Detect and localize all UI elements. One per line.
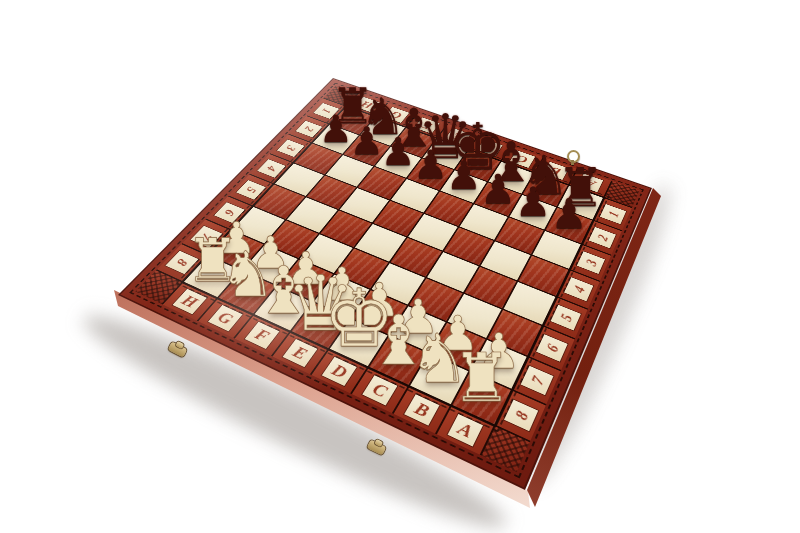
coordinate-label: 1 [320, 107, 333, 114]
coordinate-tile: C [362, 375, 397, 405]
coordinate-label: F [420, 120, 435, 131]
coordinate-label: C [370, 380, 391, 400]
coordinate-label: 7 [528, 374, 546, 387]
coordinate-label: 5 [557, 312, 574, 323]
coordinate-tile: 8 [504, 400, 538, 431]
coordinate-tile: B [404, 394, 439, 425]
coordinate-label: B [549, 165, 563, 177]
coordinate-label: G [215, 309, 237, 327]
coordinate-tile: 3 [277, 139, 304, 156]
coordinate-label: 8 [512, 408, 531, 422]
coordinate-label: B [412, 399, 432, 420]
coordinate-tile: 1 [313, 103, 339, 119]
coordinate-label: E [451, 131, 466, 142]
coordinate-label: 5 [244, 186, 259, 195]
coordinate-label: 4 [571, 284, 587, 295]
coordinate-tile: H [173, 289, 207, 314]
chess-set-photo: HGFEDCBA1122334455667788HGFEDCBA ♜♞♝♛♚♝♞… [0, 0, 800, 533]
coordinate-tile: F [245, 322, 280, 349]
coordinate-tile: 1 [600, 204, 626, 224]
coordinate-tile: E [283, 339, 318, 367]
coordinate-label: 8 [174, 257, 191, 267]
coordinate-tile: F [414, 117, 439, 133]
coordinate-tile: 7 [521, 366, 554, 395]
coordinate-label: A [455, 419, 475, 440]
coordinate-label: F [252, 326, 273, 344]
coordinate-label: 2 [302, 125, 316, 132]
coordinate-tile: 2 [296, 121, 323, 138]
coordinate-tile: A [448, 414, 483, 447]
coordinate-label: D [482, 142, 497, 154]
coordinate-label: 3 [583, 258, 599, 268]
coordinate-label: 6 [222, 208, 238, 217]
brass-eyelet-hook [567, 150, 580, 163]
coordinate-label: 3 [284, 144, 298, 152]
coordinate-tile: G [208, 305, 242, 331]
coordinate-label: 1 [606, 210, 621, 219]
coordinate-label: 2 [595, 233, 610, 242]
coordinate-tile: G [384, 107, 409, 123]
coordinate-label: C [515, 153, 529, 165]
coordinate-tile: 3 [577, 251, 605, 274]
coordinate-label: G [389, 110, 404, 121]
coordinate-label: 6 [543, 342, 561, 354]
coordinate-label: 7 [198, 232, 214, 242]
coordinate-label: H [359, 99, 375, 110]
coordinate-label: D [329, 361, 351, 381]
coordinate-label: A [583, 177, 597, 189]
coordinate-tile: 6 [536, 334, 567, 361]
coordinate-label: H [178, 293, 200, 311]
coordinate-label: E [290, 344, 311, 363]
coordinate-tile: 4 [564, 277, 593, 301]
coordinate-tile: D [322, 357, 357, 386]
coordinate-tile: 2 [589, 227, 616, 248]
coordinate-tile: 5 [551, 305, 581, 331]
coordinate-tile: H [354, 97, 379, 112]
coordinate-label: 4 [264, 164, 279, 172]
